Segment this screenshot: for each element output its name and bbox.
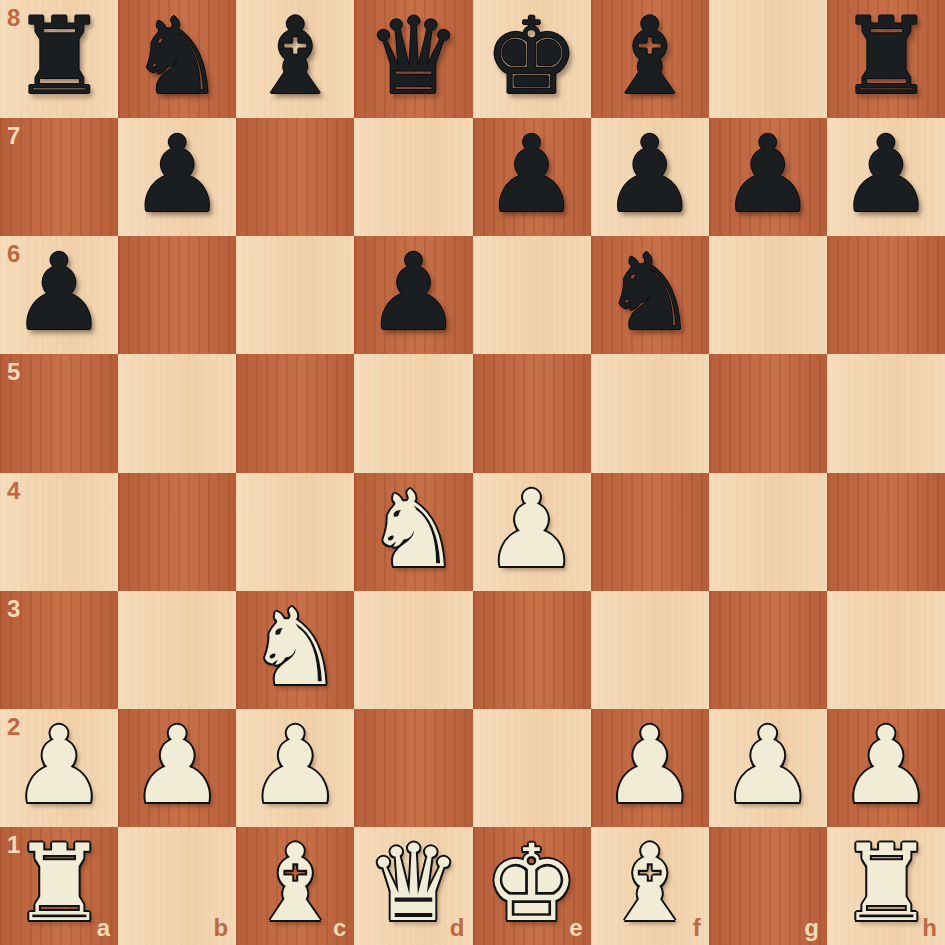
- square-e4[interactable]: ♟: [473, 473, 591, 591]
- piece-black-pawn[interactable]: ♟: [473, 118, 591, 236]
- square-f3[interactable]: [591, 591, 709, 709]
- square-c1[interactable]: c♝: [236, 827, 354, 945]
- square-e3[interactable]: [473, 591, 591, 709]
- square-h6[interactable]: [827, 236, 945, 354]
- rank-label-3: 3: [7, 595, 20, 623]
- square-g7[interactable]: ♟: [709, 118, 827, 236]
- square-e2[interactable]: [473, 709, 591, 827]
- square-d4[interactable]: ♞: [354, 473, 472, 591]
- square-b3[interactable]: [118, 591, 236, 709]
- piece-white-rook[interactable]: ♜: [827, 827, 945, 945]
- piece-white-pawn[interactable]: ♟: [118, 709, 236, 827]
- square-b1[interactable]: b: [118, 827, 236, 945]
- square-b7[interactable]: ♟: [118, 118, 236, 236]
- square-g6[interactable]: [709, 236, 827, 354]
- piece-white-pawn[interactable]: ♟: [709, 709, 827, 827]
- square-f1[interactable]: f♝: [591, 827, 709, 945]
- piece-black-knight[interactable]: ♞: [118, 0, 236, 118]
- square-h7[interactable]: ♟: [827, 118, 945, 236]
- square-a1[interactable]: 1a♜: [0, 827, 118, 945]
- square-a3[interactable]: 3: [0, 591, 118, 709]
- square-g3[interactable]: [709, 591, 827, 709]
- piece-black-bishop[interactable]: ♝: [236, 0, 354, 118]
- square-g2[interactable]: ♟: [709, 709, 827, 827]
- square-e1[interactable]: e♚: [473, 827, 591, 945]
- square-b4[interactable]: [118, 473, 236, 591]
- piece-black-rook[interactable]: ♜: [827, 0, 945, 118]
- square-d8[interactable]: ♛: [354, 0, 472, 118]
- square-h1[interactable]: h♜: [827, 827, 945, 945]
- piece-white-bishop[interactable]: ♝: [591, 827, 709, 945]
- square-a7[interactable]: 7: [0, 118, 118, 236]
- file-label-g: g: [804, 914, 819, 942]
- piece-black-pawn[interactable]: ♟: [118, 118, 236, 236]
- square-h5[interactable]: [827, 354, 945, 472]
- piece-black-rook[interactable]: ♜: [0, 0, 118, 118]
- rank-label-7: 7: [7, 122, 20, 150]
- square-e8[interactable]: ♚: [473, 0, 591, 118]
- square-d2[interactable]: [354, 709, 472, 827]
- square-f4[interactable]: [591, 473, 709, 591]
- square-c8[interactable]: ♝: [236, 0, 354, 118]
- square-g4[interactable]: [709, 473, 827, 591]
- square-f2[interactable]: ♟: [591, 709, 709, 827]
- square-a5[interactable]: 5: [0, 354, 118, 472]
- chess-board: 8♜♞♝♛♚♝♜7♟♟♟♟♟6♟♟♞54♞♟3♞2♟♟♟♟♟♟1a♜bc♝d♛e…: [0, 0, 945, 945]
- piece-white-bishop[interactable]: ♝: [236, 827, 354, 945]
- piece-black-pawn[interactable]: ♟: [709, 118, 827, 236]
- square-c6[interactable]: [236, 236, 354, 354]
- square-h8[interactable]: ♜: [827, 0, 945, 118]
- piece-black-queen[interactable]: ♛: [354, 0, 472, 118]
- square-d1[interactable]: d♛: [354, 827, 472, 945]
- piece-white-pawn[interactable]: ♟: [591, 709, 709, 827]
- square-a6[interactable]: 6♟: [0, 236, 118, 354]
- square-e5[interactable]: [473, 354, 591, 472]
- square-h2[interactable]: ♟: [827, 709, 945, 827]
- piece-black-knight[interactable]: ♞: [591, 236, 709, 354]
- piece-black-king[interactable]: ♚: [473, 0, 591, 118]
- piece-white-knight[interactable]: ♞: [354, 473, 472, 591]
- square-c7[interactable]: [236, 118, 354, 236]
- square-c3[interactable]: ♞: [236, 591, 354, 709]
- square-f6[interactable]: ♞: [591, 236, 709, 354]
- square-c4[interactable]: [236, 473, 354, 591]
- square-d6[interactable]: ♟: [354, 236, 472, 354]
- piece-white-rook[interactable]: ♜: [0, 827, 118, 945]
- square-b8[interactable]: ♞: [118, 0, 236, 118]
- piece-white-knight[interactable]: ♞: [236, 591, 354, 709]
- rank-label-5: 5: [7, 358, 20, 386]
- square-b5[interactable]: [118, 354, 236, 472]
- square-c5[interactable]: [236, 354, 354, 472]
- square-f5[interactable]: [591, 354, 709, 472]
- piece-white-pawn[interactable]: ♟: [0, 709, 118, 827]
- square-g1[interactable]: g: [709, 827, 827, 945]
- square-a2[interactable]: 2♟: [0, 709, 118, 827]
- piece-black-pawn[interactable]: ♟: [591, 118, 709, 236]
- square-h3[interactable]: [827, 591, 945, 709]
- rank-label-4: 4: [7, 477, 20, 505]
- piece-white-pawn[interactable]: ♟: [473, 473, 591, 591]
- square-a8[interactable]: 8♜: [0, 0, 118, 118]
- square-f7[interactable]: ♟: [591, 118, 709, 236]
- piece-white-queen[interactable]: ♛: [354, 827, 472, 945]
- piece-black-bishop[interactable]: ♝: [591, 0, 709, 118]
- square-g5[interactable]: [709, 354, 827, 472]
- piece-black-pawn[interactable]: ♟: [827, 118, 945, 236]
- square-e7[interactable]: ♟: [473, 118, 591, 236]
- piece-white-king[interactable]: ♚: [473, 827, 591, 945]
- square-f8[interactable]: ♝: [591, 0, 709, 118]
- square-b6[interactable]: [118, 236, 236, 354]
- square-c2[interactable]: ♟: [236, 709, 354, 827]
- file-label-b: b: [214, 914, 229, 942]
- square-e6[interactable]: [473, 236, 591, 354]
- square-d3[interactable]: [354, 591, 472, 709]
- piece-black-pawn[interactable]: ♟: [0, 236, 118, 354]
- square-b2[interactable]: ♟: [118, 709, 236, 827]
- square-h4[interactable]: [827, 473, 945, 591]
- piece-black-pawn[interactable]: ♟: [354, 236, 472, 354]
- piece-white-pawn[interactable]: ♟: [827, 709, 945, 827]
- square-a4[interactable]: 4: [0, 473, 118, 591]
- square-d5[interactable]: [354, 354, 472, 472]
- square-d7[interactable]: [354, 118, 472, 236]
- piece-white-pawn[interactable]: ♟: [236, 709, 354, 827]
- square-g8[interactable]: [709, 0, 827, 118]
